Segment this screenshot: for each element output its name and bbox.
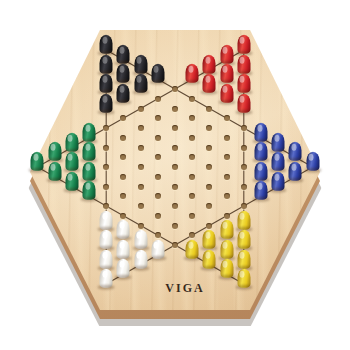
peg-blue[interactable]	[255, 181, 268, 200]
hole[interactable]	[224, 193, 230, 199]
peg-yellow[interactable]	[237, 230, 250, 249]
hole[interactable]	[172, 203, 178, 209]
hole[interactable]	[155, 213, 161, 219]
peg-yellow[interactable]	[203, 249, 216, 268]
hole[interactable]	[120, 115, 126, 121]
peg-red[interactable]	[220, 45, 233, 64]
peg-red[interactable]	[203, 74, 216, 93]
peg-yellow[interactable]	[237, 249, 250, 268]
peg-black[interactable]	[151, 64, 164, 83]
hole[interactable]	[224, 115, 230, 121]
hole[interactable]	[189, 135, 195, 141]
peg-blue[interactable]	[272, 171, 285, 190]
hole[interactable]	[172, 242, 178, 248]
hole[interactable]	[120, 174, 126, 180]
hole[interactable]	[172, 106, 178, 112]
peg-white[interactable]	[134, 249, 147, 268]
hole[interactable]	[206, 203, 212, 209]
hole[interactable]	[155, 174, 161, 180]
peg-green[interactable]	[31, 152, 44, 171]
peg-white[interactable]	[134, 230, 147, 249]
hole[interactable]	[172, 184, 178, 190]
hole[interactable]	[172, 164, 178, 170]
peg-white[interactable]	[100, 210, 113, 229]
peg-yellow[interactable]	[237, 269, 250, 288]
hole[interactable]	[241, 145, 247, 151]
hole[interactable]	[138, 203, 144, 209]
hole[interactable]	[103, 145, 109, 151]
peg-red[interactable]	[237, 54, 250, 73]
hole[interactable]	[120, 213, 126, 219]
peg-yellow[interactable]	[220, 220, 233, 239]
peg-red[interactable]	[220, 64, 233, 83]
hole[interactable]	[224, 213, 230, 219]
peg-green[interactable]	[48, 142, 61, 161]
hole[interactable]	[138, 223, 144, 229]
hole[interactable]	[189, 96, 195, 102]
peg-blue[interactable]	[272, 152, 285, 171]
peg-black[interactable]	[100, 93, 113, 112]
hole[interactable]	[155, 193, 161, 199]
peg-green[interactable]	[83, 162, 96, 181]
peg-blue[interactable]	[255, 142, 268, 161]
hole[interactable]	[224, 154, 230, 160]
peg-blue[interactable]	[289, 162, 302, 181]
hole[interactable]	[120, 193, 126, 199]
peg-black[interactable]	[117, 45, 130, 64]
peg-black[interactable]	[117, 64, 130, 83]
peg-lattice	[0, 0, 350, 350]
hole[interactable]	[138, 145, 144, 151]
hole[interactable]	[241, 203, 247, 209]
peg-green[interactable]	[83, 123, 96, 142]
hole[interactable]	[206, 145, 212, 151]
peg-red[interactable]	[237, 35, 250, 54]
hole[interactable]	[103, 125, 109, 131]
peg-green[interactable]	[65, 171, 78, 190]
peg-white[interactable]	[100, 230, 113, 249]
hole[interactable]	[138, 125, 144, 131]
hole[interactable]	[103, 184, 109, 190]
peg-blue[interactable]	[289, 142, 302, 161]
peg-yellow[interactable]	[220, 259, 233, 278]
hole[interactable]	[172, 145, 178, 151]
hole[interactable]	[172, 86, 178, 92]
peg-white[interactable]	[117, 259, 130, 278]
hole[interactable]	[241, 125, 247, 131]
peg-black[interactable]	[100, 35, 113, 54]
hole[interactable]	[206, 106, 212, 112]
peg-white[interactable]	[100, 249, 113, 268]
peg-yellow[interactable]	[186, 240, 199, 259]
peg-blue[interactable]	[272, 132, 285, 151]
peg-blue[interactable]	[306, 152, 319, 171]
peg-yellow[interactable]	[220, 240, 233, 259]
hole[interactable]	[189, 115, 195, 121]
peg-green[interactable]	[83, 181, 96, 200]
hole[interactable]	[189, 154, 195, 160]
hole[interactable]	[241, 164, 247, 170]
peg-yellow[interactable]	[237, 210, 250, 229]
hole[interactable]	[120, 154, 126, 160]
hole[interactable]	[120, 135, 126, 141]
peg-green[interactable]	[48, 162, 61, 181]
hole[interactable]	[155, 96, 161, 102]
hole[interactable]	[206, 223, 212, 229]
peg-white[interactable]	[151, 240, 164, 259]
chinese-checkers-board-photo: VIGA	[0, 0, 350, 350]
peg-green[interactable]	[83, 142, 96, 161]
peg-red[interactable]	[237, 93, 250, 112]
peg-red[interactable]	[237, 74, 250, 93]
hole[interactable]	[138, 184, 144, 190]
peg-white[interactable]	[117, 220, 130, 239]
peg-yellow[interactable]	[203, 230, 216, 249]
peg-green[interactable]	[65, 152, 78, 171]
peg-blue[interactable]	[255, 162, 268, 181]
hole[interactable]	[206, 184, 212, 190]
hole[interactable]	[189, 174, 195, 180]
hole[interactable]	[155, 154, 161, 160]
hole[interactable]	[155, 135, 161, 141]
peg-white[interactable]	[117, 240, 130, 259]
hole[interactable]	[103, 164, 109, 170]
hole[interactable]	[206, 125, 212, 131]
hole[interactable]	[241, 184, 247, 190]
viga-logo: VIGA	[165, 281, 204, 296]
hole[interactable]	[155, 232, 161, 238]
peg-black[interactable]	[100, 54, 113, 73]
hole[interactable]	[138, 106, 144, 112]
peg-blue[interactable]	[255, 123, 268, 142]
peg-green[interactable]	[65, 132, 78, 151]
hole[interactable]	[224, 135, 230, 141]
hole[interactable]	[206, 164, 212, 170]
peg-red[interactable]	[186, 64, 199, 83]
hole[interactable]	[172, 223, 178, 229]
hole[interactable]	[155, 115, 161, 121]
hole[interactable]	[189, 232, 195, 238]
peg-black[interactable]	[134, 54, 147, 73]
hole[interactable]	[138, 164, 144, 170]
hole[interactable]	[224, 174, 230, 180]
peg-red[interactable]	[203, 54, 216, 73]
hole[interactable]	[189, 213, 195, 219]
hole[interactable]	[172, 125, 178, 131]
peg-black[interactable]	[117, 84, 130, 103]
hole[interactable]	[189, 193, 195, 199]
peg-red[interactable]	[220, 84, 233, 103]
peg-black[interactable]	[100, 74, 113, 93]
peg-black[interactable]	[134, 74, 147, 93]
hole[interactable]	[103, 203, 109, 209]
peg-white[interactable]	[100, 269, 113, 288]
